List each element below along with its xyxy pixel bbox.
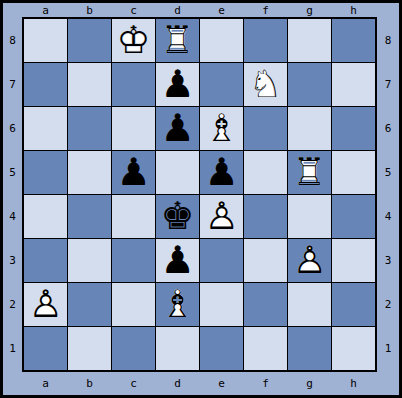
file-label-a: a xyxy=(42,378,49,389)
square-a5[interactable] xyxy=(24,151,67,194)
square-g7[interactable] xyxy=(288,63,331,106)
square-d3[interactable]: ♟ xyxy=(156,239,199,282)
rank-labels-right: 87654321 xyxy=(377,17,399,372)
rank-label-8: 8 xyxy=(385,35,392,46)
square-b2[interactable] xyxy=(68,283,111,326)
square-a4[interactable] xyxy=(24,195,67,238)
piece-glyph: ♟ xyxy=(156,63,199,106)
rank-label-7: 7 xyxy=(385,79,392,90)
square-d4[interactable]: ♚ xyxy=(156,195,199,238)
piece-glyph: ♚ xyxy=(156,195,199,238)
square-e3[interactable] xyxy=(200,239,243,282)
square-a1[interactable] xyxy=(24,327,67,370)
piece-glyph: ♟ xyxy=(156,239,199,282)
rank-label-3: 3 xyxy=(9,255,16,266)
square-e8[interactable] xyxy=(200,19,243,62)
chess-diagram: abcdefgh 87654321 ♚♔♜♖♟♞♘♟♝♗♟♟♜♖♚♟♙♟♟♙♟♙… xyxy=(0,0,402,398)
square-f8[interactable] xyxy=(244,19,287,62)
square-f6[interactable] xyxy=(244,107,287,150)
piece-black-king[interactable]: ♚ xyxy=(156,195,199,238)
file-label-h: h xyxy=(350,378,357,389)
file-label-g: g xyxy=(306,5,313,16)
rank-label-4: 4 xyxy=(385,211,392,222)
file-label-h: h xyxy=(350,5,357,16)
piece-white-king[interactable]: ♚♔ xyxy=(112,19,155,62)
square-a2[interactable]: ♟♙ xyxy=(24,283,67,326)
square-h8[interactable] xyxy=(332,19,375,62)
file-label-g: g xyxy=(306,378,313,389)
piece-white-rook[interactable]: ♜♖ xyxy=(288,151,331,194)
square-f7[interactable]: ♞♘ xyxy=(244,63,287,106)
piece-white-pawn[interactable]: ♟♙ xyxy=(200,195,243,238)
square-g3[interactable]: ♟♙ xyxy=(288,239,331,282)
rank-label-1: 1 xyxy=(385,343,392,354)
file-label-f: f xyxy=(262,378,269,389)
square-e5[interactable]: ♟ xyxy=(200,151,243,194)
rank-label-3: 3 xyxy=(385,255,392,266)
piece-outline-layer: ♔ xyxy=(112,19,155,62)
file-label-a: a xyxy=(42,5,49,16)
square-h3[interactable] xyxy=(332,239,375,282)
square-c5[interactable]: ♟ xyxy=(112,151,155,194)
square-f3[interactable] xyxy=(244,239,287,282)
square-g1[interactable] xyxy=(288,327,331,370)
rank-label-5: 5 xyxy=(9,167,16,178)
square-d7[interactable]: ♟ xyxy=(156,63,199,106)
piece-glyph: ♟ xyxy=(200,151,243,194)
piece-outline-layer: ♘ xyxy=(244,63,287,106)
square-e7[interactable] xyxy=(200,63,243,106)
file-label-e: e xyxy=(218,5,225,16)
file-label-d: d xyxy=(174,378,181,389)
square-a3[interactable] xyxy=(24,239,67,282)
file-label-c: c xyxy=(130,378,137,389)
square-a8[interactable] xyxy=(24,19,67,62)
file-label-d: d xyxy=(174,5,181,16)
square-e2[interactable] xyxy=(200,283,243,326)
square-d2[interactable]: ♝♗ xyxy=(156,283,199,326)
square-c4[interactable] xyxy=(112,195,155,238)
piece-white-pawn[interactable]: ♟♙ xyxy=(24,283,67,326)
square-b4[interactable] xyxy=(68,195,111,238)
square-h7[interactable] xyxy=(332,63,375,106)
piece-outline-layer: ♙ xyxy=(200,195,243,238)
piece-white-knight[interactable]: ♞♘ xyxy=(244,63,287,106)
square-b3[interactable] xyxy=(68,239,111,282)
square-d1[interactable] xyxy=(156,327,199,370)
file-label-b: b xyxy=(86,378,93,389)
square-f4[interactable] xyxy=(244,195,287,238)
square-f1[interactable] xyxy=(244,327,287,370)
piece-outline-layer: ♙ xyxy=(24,283,67,326)
square-b5[interactable] xyxy=(68,151,111,194)
square-e4[interactable]: ♟♙ xyxy=(200,195,243,238)
rank-labels-left: 87654321 xyxy=(3,17,22,372)
chess-board: ♚♔♜♖♟♞♘♟♝♗♟♟♜♖♚♟♙♟♟♙♟♙♝♗ xyxy=(22,17,377,372)
piece-white-pawn[interactable]: ♟♙ xyxy=(288,239,331,282)
file-label-c: c xyxy=(130,5,137,16)
square-e6[interactable]: ♝♗ xyxy=(200,107,243,150)
square-d5[interactable] xyxy=(156,151,199,194)
piece-outline-layer: ♗ xyxy=(200,107,243,150)
file-labels-bottom: abcdefgh xyxy=(22,372,377,395)
rank-label-7: 7 xyxy=(9,79,16,90)
square-h5[interactable] xyxy=(332,151,375,194)
square-b1[interactable] xyxy=(68,327,111,370)
square-g2[interactable] xyxy=(288,283,331,326)
square-h6[interactable] xyxy=(332,107,375,150)
piece-black-pawn[interactable]: ♟ xyxy=(156,63,199,106)
square-f2[interactable] xyxy=(244,283,287,326)
square-h1[interactable] xyxy=(332,327,375,370)
square-a7[interactable] xyxy=(24,63,67,106)
square-d8[interactable]: ♜♖ xyxy=(156,19,199,62)
rank-label-6: 6 xyxy=(9,123,16,134)
rank-label-6: 6 xyxy=(385,123,392,134)
file-labels-top: abcdefgh xyxy=(22,3,377,17)
rank-label-1: 1 xyxy=(9,343,16,354)
square-b6[interactable] xyxy=(68,107,111,150)
piece-outline-layer: ♖ xyxy=(156,19,199,62)
square-c8[interactable]: ♚♔ xyxy=(112,19,155,62)
rank-label-5: 5 xyxy=(385,167,392,178)
rank-label-2: 2 xyxy=(9,299,16,310)
file-label-e: e xyxy=(218,378,225,389)
square-a6[interactable] xyxy=(24,107,67,150)
file-label-b: b xyxy=(86,5,93,16)
square-b7[interactable] xyxy=(68,63,111,106)
square-g5[interactable]: ♜♖ xyxy=(288,151,331,194)
square-d6[interactable]: ♟ xyxy=(156,107,199,150)
square-c6[interactable] xyxy=(112,107,155,150)
square-g4[interactable] xyxy=(288,195,331,238)
piece-black-pawn[interactable]: ♟ xyxy=(112,151,155,194)
square-c7[interactable] xyxy=(112,63,155,106)
piece-white-bishop[interactable]: ♝♗ xyxy=(156,283,199,326)
square-h2[interactable] xyxy=(332,283,375,326)
piece-black-pawn[interactable]: ♟ xyxy=(200,151,243,194)
square-g6[interactable] xyxy=(288,107,331,150)
piece-white-rook[interactable]: ♜♖ xyxy=(156,19,199,62)
piece-glyph: ♟ xyxy=(156,107,199,150)
piece-white-bishop[interactable]: ♝♗ xyxy=(200,107,243,150)
rank-label-4: 4 xyxy=(9,211,16,222)
square-c2[interactable] xyxy=(112,283,155,326)
square-c1[interactable] xyxy=(112,327,155,370)
rank-label-8: 8 xyxy=(9,35,16,46)
square-b8[interactable] xyxy=(68,19,111,62)
square-g8[interactable] xyxy=(288,19,331,62)
piece-glyph: ♟ xyxy=(112,151,155,194)
file-label-f: f xyxy=(262,5,269,16)
square-h4[interactable] xyxy=(332,195,375,238)
square-e1[interactable] xyxy=(200,327,243,370)
piece-black-pawn[interactable]: ♟ xyxy=(156,107,199,150)
rank-label-2: 2 xyxy=(385,299,392,310)
piece-outline-layer: ♙ xyxy=(288,239,331,282)
square-f5[interactable] xyxy=(244,151,287,194)
square-c3[interactable] xyxy=(112,239,155,282)
piece-black-pawn[interactable]: ♟ xyxy=(156,239,199,282)
piece-outline-layer: ♗ xyxy=(156,283,199,326)
piece-outline-layer: ♖ xyxy=(288,151,331,194)
